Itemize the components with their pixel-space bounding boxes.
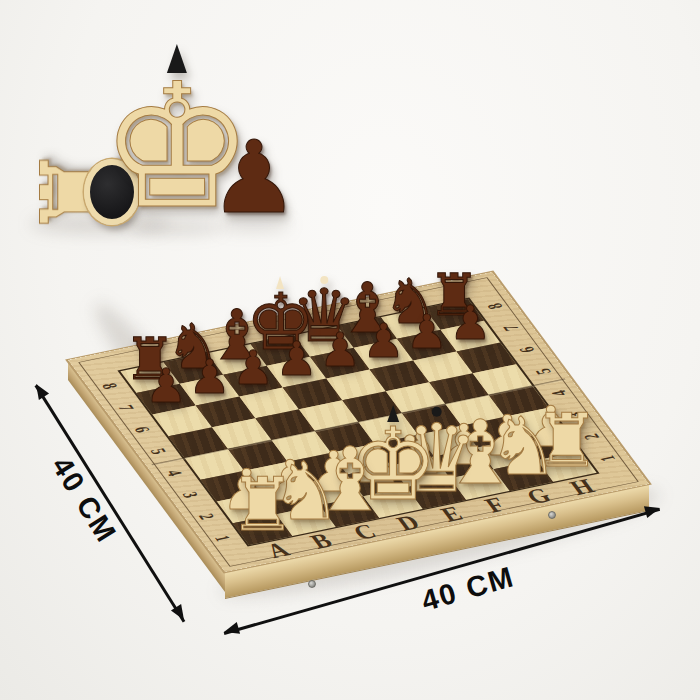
rank-label-left-4: 4 (161, 468, 187, 477)
loose-dark-pawn-standing: ♟ (209, 128, 299, 228)
rank-label-right-6: 6 (514, 345, 540, 354)
hinge-screw (308, 580, 316, 588)
piece-dark-pawn-b7: ♟ (189, 353, 231, 400)
arrowhead-up-icon (31, 381, 49, 400)
product-photo-stage: 8765432187654321ABCDEFGH 40 СМ 40 СМ ♜♞♝… (0, 0, 700, 700)
rank-label-left-5: 5 (145, 446, 171, 455)
rank-label-right-7: 7 (498, 323, 524, 332)
piece-dark-pawn-d7: ♟ (275, 335, 317, 382)
arrowhead-right-icon (644, 502, 662, 518)
rank-label-left-8: 8 (96, 381, 122, 390)
arrowhead-left-icon (222, 622, 240, 638)
piece-dark-pawn-c7: ♟ (232, 344, 274, 391)
rank-label-left-3: 3 (177, 490, 203, 499)
queen-ball-finial (320, 276, 328, 284)
rank-label-left-7: 7 (112, 403, 138, 412)
rank-label-left-6: 6 (129, 425, 155, 434)
king-spike-finial (167, 44, 187, 73)
hinge-screw (548, 511, 556, 519)
piece-dark-pawn-a7: ♟ (145, 362, 187, 409)
piece-dark-pawn-f7: ♟ (362, 317, 404, 364)
piece-dark-pawn-g7: ♟ (406, 308, 448, 355)
piece-dark-pawn-e7: ♟ (319, 326, 361, 373)
rank-label-left-2: 2 (193, 512, 219, 521)
piece-light-rook-a1: ♜ (230, 467, 296, 541)
rank-label-right-5: 5 (530, 366, 556, 375)
piece-dark-pawn-h7: ♟ (449, 299, 491, 346)
king-spike-finial (387, 405, 399, 422)
king-spike-finial (276, 276, 284, 289)
width-dimension-label: 40 СМ (418, 560, 518, 618)
